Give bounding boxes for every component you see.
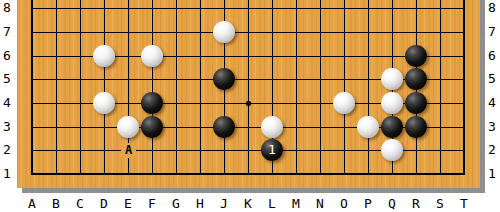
- go-diagram-screen: 1A 87654321 87654321 ABCDEFGHJKLMNOPQRST: [0, 0, 500, 212]
- column-label-A: A: [23, 197, 41, 211]
- row-label-left-8: 8: [0, 1, 14, 15]
- row-label-right-7: 7: [484, 25, 500, 39]
- grid-line-column-N: [320, 0, 321, 175]
- stone-black-J3[interactable]: [213, 116, 235, 138]
- stone-black-F4[interactable]: [141, 92, 163, 114]
- column-label-Q: Q: [383, 197, 401, 211]
- column-label-N: N: [311, 197, 329, 211]
- point-mark-A-E2[interactable]: A: [121, 143, 136, 158]
- column-label-H: H: [191, 197, 209, 211]
- stone-black-J5[interactable]: [213, 68, 235, 90]
- stone-black-Q3[interactable]: [381, 116, 403, 138]
- row-label-right-1: 1: [484, 167, 500, 181]
- column-label-K: K: [239, 197, 257, 211]
- row-label-right-8: 8: [484, 1, 500, 15]
- column-label-F: F: [143, 197, 161, 211]
- row-label-left-5: 5: [0, 72, 14, 86]
- grid-line-column-F: [152, 0, 153, 175]
- grid-line-column-B: [56, 0, 57, 175]
- grid-line-column-K: [248, 0, 249, 175]
- column-label-R: R: [407, 197, 425, 211]
- stone-white-O4[interactable]: [333, 92, 355, 114]
- stone-white-Q2[interactable]: [381, 139, 403, 161]
- column-label-L: L: [263, 197, 281, 211]
- stone-black-R5[interactable]: [405, 68, 427, 90]
- row-label-right-3: 3: [484, 120, 500, 134]
- star-point-K4: [246, 101, 251, 106]
- grid-line-row-7: [31, 32, 465, 33]
- column-label-O: O: [335, 197, 353, 211]
- stone-white-P3[interactable]: [357, 116, 379, 138]
- column-label-J: J: [215, 197, 233, 211]
- row-label-left-1: 1: [0, 167, 14, 181]
- grid-line-column-S: [440, 0, 441, 175]
- grid-line-row-1: [31, 173, 465, 175]
- column-label-P: P: [359, 197, 377, 211]
- stone-white-Q5[interactable]: [381, 68, 403, 90]
- stone-black-F3[interactable]: [141, 116, 163, 138]
- row-label-left-2: 2: [0, 143, 14, 157]
- column-label-G: G: [167, 197, 185, 211]
- stone-white-F6[interactable]: [141, 45, 163, 67]
- row-label-left-3: 3: [0, 120, 14, 134]
- stone-black-R4[interactable]: [405, 92, 427, 114]
- grid-line-column-D: [104, 0, 105, 175]
- row-label-right-4: 4: [484, 96, 500, 110]
- grid-line-column-A: [31, 0, 33, 175]
- row-label-left-4: 4: [0, 96, 14, 110]
- stone-black-R6[interactable]: [405, 45, 427, 67]
- grid-line-column-C: [80, 0, 81, 175]
- grid-line-column-G: [176, 0, 177, 175]
- row-label-right-6: 6: [484, 49, 500, 63]
- stone-white-Q4[interactable]: [381, 92, 403, 114]
- column-label-C: C: [71, 197, 89, 211]
- grid-line-column-O: [344, 0, 345, 175]
- column-label-B: B: [47, 197, 65, 211]
- go-board[interactable]: 1A: [17, 0, 480, 188]
- stone-black-R3[interactable]: [405, 116, 427, 138]
- column-label-D: D: [95, 197, 113, 211]
- grid-line-column-T: [463, 0, 465, 175]
- row-label-right-5: 5: [484, 72, 500, 86]
- stone-white-L3[interactable]: [261, 116, 283, 138]
- grid-line-column-H: [200, 0, 201, 175]
- column-label-T: T: [455, 197, 473, 211]
- column-label-M: M: [287, 197, 305, 211]
- stone-white-D4[interactable]: [93, 92, 115, 114]
- row-label-left-6: 6: [0, 49, 14, 63]
- column-label-E: E: [119, 197, 137, 211]
- stone-white-E3[interactable]: [117, 116, 139, 138]
- row-label-right-2: 2: [484, 143, 500, 157]
- stone-white-J7[interactable]: [213, 21, 235, 43]
- stone-black-L2[interactable]: 1: [261, 139, 283, 161]
- grid-line-column-P: [368, 0, 369, 175]
- column-label-S: S: [431, 197, 449, 211]
- grid-line-row-8: [31, 8, 465, 9]
- grid-line-column-M: [296, 0, 297, 175]
- row-label-left-7: 7: [0, 25, 14, 39]
- stone-white-D6[interactable]: [93, 45, 115, 67]
